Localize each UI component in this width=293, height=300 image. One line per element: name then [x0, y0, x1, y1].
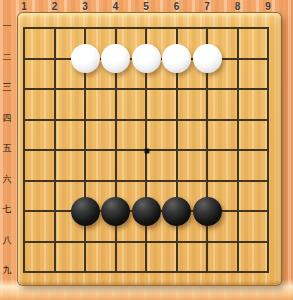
- intersection-4-1[interactable]: [100, 13, 131, 44]
- white-stone-7-2[interactable]: [193, 44, 222, 73]
- intersection-4-6[interactable]: [100, 165, 131, 196]
- intersection-8-3[interactable]: [222, 74, 253, 105]
- white-stone-3-2[interactable]: [71, 44, 100, 73]
- black-stone-7-7[interactable]: [193, 197, 222, 226]
- intersection-2-1[interactable]: [39, 13, 70, 44]
- intersection-7-8[interactable]: [192, 226, 223, 257]
- white-stone-5-2[interactable]: [132, 44, 161, 73]
- black-stone-4-7[interactable]: [101, 197, 130, 226]
- intersection-9-2[interactable]: [253, 43, 284, 74]
- intersection-4-5[interactable]: [100, 135, 131, 166]
- intersection-7-2[interactable]: [192, 43, 223, 74]
- intersection-5-2[interactable]: [131, 43, 162, 74]
- intersection-3-9[interactable]: [70, 257, 101, 288]
- column-label-8: 8: [228, 0, 248, 13]
- intersection-1-1[interactable]: [9, 13, 40, 44]
- intersection-1-4[interactable]: [9, 104, 40, 135]
- white-stone-6-2[interactable]: [162, 44, 191, 73]
- intersection-1-7[interactable]: [9, 196, 40, 227]
- intersection-2-9[interactable]: [39, 257, 70, 288]
- black-stone-3-7[interactable]: [71, 197, 100, 226]
- intersection-6-3[interactable]: [161, 74, 192, 105]
- intersection-5-3[interactable]: [131, 74, 162, 105]
- intersection-5-4[interactable]: [131, 104, 162, 135]
- intersection-4-8[interactable]: [100, 226, 131, 257]
- intersection-4-9[interactable]: [100, 257, 131, 288]
- column-label-9: 9: [258, 0, 278, 13]
- intersection-3-1[interactable]: [70, 13, 101, 44]
- column-label-5: 5: [136, 0, 156, 13]
- intersection-1-5[interactable]: [9, 135, 40, 166]
- column-label-3: 3: [75, 0, 95, 13]
- go-board: [18, 13, 281, 285]
- intersection-7-7[interactable]: [192, 196, 223, 227]
- intersection-3-2[interactable]: [70, 43, 101, 74]
- intersection-1-8[interactable]: [9, 226, 40, 257]
- column-label-4: 4: [106, 0, 126, 13]
- intersection-6-2[interactable]: [161, 43, 192, 74]
- column-label-2: 2: [45, 0, 65, 13]
- intersection-8-4[interactable]: [222, 104, 253, 135]
- intersection-6-4[interactable]: [161, 104, 192, 135]
- intersection-6-8[interactable]: [161, 226, 192, 257]
- intersection-9-4[interactable]: [253, 104, 284, 135]
- intersection-6-1[interactable]: [161, 13, 192, 44]
- intersection-2-3[interactable]: [39, 74, 70, 105]
- intersection-1-2[interactable]: [9, 43, 40, 74]
- intersection-9-5[interactable]: [253, 135, 284, 166]
- intersection-8-1[interactable]: [222, 13, 253, 44]
- intersection-9-7[interactable]: [253, 196, 284, 227]
- intersection-7-5[interactable]: [192, 135, 223, 166]
- intersection-8-5[interactable]: [222, 135, 253, 166]
- intersection-5-8[interactable]: [131, 226, 162, 257]
- go-game-screenshot: 123456789 一二三四五六七八九: [0, 0, 293, 300]
- intersection-3-5[interactable]: [70, 135, 101, 166]
- intersection-3-4[interactable]: [70, 104, 101, 135]
- column-label-7: 7: [197, 0, 217, 13]
- intersection-8-8[interactable]: [222, 226, 253, 257]
- intersection-7-6[interactable]: [192, 165, 223, 196]
- intersection-4-2[interactable]: [100, 43, 131, 74]
- intersection-6-7[interactable]: [161, 196, 192, 227]
- intersection-4-7[interactable]: [100, 196, 131, 227]
- column-label-6: 6: [167, 0, 187, 13]
- intersections-grid: [9, 13, 284, 288]
- intersection-2-6[interactable]: [39, 165, 70, 196]
- intersection-6-9[interactable]: [161, 257, 192, 288]
- intersection-9-3[interactable]: [253, 74, 284, 105]
- intersection-5-7[interactable]: [131, 196, 162, 227]
- intersection-8-7[interactable]: [222, 196, 253, 227]
- intersection-3-6[interactable]: [70, 165, 101, 196]
- intersection-3-8[interactable]: [70, 226, 101, 257]
- intersection-1-3[interactable]: [9, 74, 40, 105]
- intersection-8-6[interactable]: [222, 165, 253, 196]
- intersection-4-4[interactable]: [100, 104, 131, 135]
- intersection-3-3[interactable]: [70, 74, 101, 105]
- intersection-9-9[interactable]: [253, 257, 284, 288]
- intersection-2-5[interactable]: [39, 135, 70, 166]
- intersection-1-9[interactable]: [9, 257, 40, 288]
- intersection-6-5[interactable]: [161, 135, 192, 166]
- intersection-8-9[interactable]: [222, 257, 253, 288]
- intersection-1-6[interactable]: [9, 165, 40, 196]
- intersection-2-7[interactable]: [39, 196, 70, 227]
- intersection-2-4[interactable]: [39, 104, 70, 135]
- intersection-5-6[interactable]: [131, 165, 162, 196]
- intersection-9-1[interactable]: [253, 13, 284, 44]
- intersection-7-3[interactable]: [192, 74, 223, 105]
- intersection-9-8[interactable]: [253, 226, 284, 257]
- intersection-7-4[interactable]: [192, 104, 223, 135]
- intersection-3-7[interactable]: [70, 196, 101, 227]
- column-label-1: 1: [14, 0, 34, 13]
- white-stone-4-2[interactable]: [101, 44, 130, 73]
- intersection-6-6[interactable]: [161, 165, 192, 196]
- intersection-5-5[interactable]: [131, 135, 162, 166]
- black-stone-6-7[interactable]: [162, 197, 191, 226]
- intersection-2-2[interactable]: [39, 43, 70, 74]
- black-stone-5-7[interactable]: [132, 197, 161, 226]
- intersection-9-6[interactable]: [253, 165, 284, 196]
- intersection-7-1[interactable]: [192, 13, 223, 44]
- intersection-5-9[interactable]: [131, 257, 162, 288]
- intersection-4-3[interactable]: [100, 74, 131, 105]
- intersection-5-1[interactable]: [131, 13, 162, 44]
- intersection-2-8[interactable]: [39, 226, 70, 257]
- intersection-7-9[interactable]: [192, 257, 223, 288]
- intersection-8-2[interactable]: [222, 43, 253, 74]
